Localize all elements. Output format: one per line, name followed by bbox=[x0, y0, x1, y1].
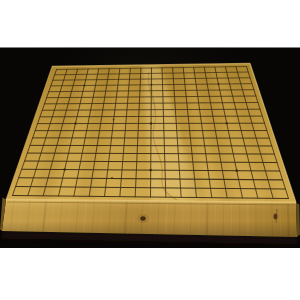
hoshi-point bbox=[150, 122, 152, 124]
front-knot-center bbox=[140, 216, 146, 220]
hoshi-point bbox=[217, 83, 219, 85]
hoshi-point bbox=[235, 169, 238, 172]
hoshi-point bbox=[63, 168, 66, 171]
hoshi-point bbox=[226, 122, 228, 124]
goban-product-photo bbox=[0, 0, 300, 300]
hoshi-point bbox=[74, 122, 76, 124]
hoshi-point bbox=[150, 84, 152, 86]
go-board bbox=[0, 64, 300, 245]
hoshi-point bbox=[149, 169, 152, 172]
front-face-shading bbox=[2, 200, 297, 238]
hoshi-point bbox=[83, 84, 85, 86]
screenshot-root bbox=[0, 0, 300, 300]
photo-area bbox=[0, 48, 300, 249]
